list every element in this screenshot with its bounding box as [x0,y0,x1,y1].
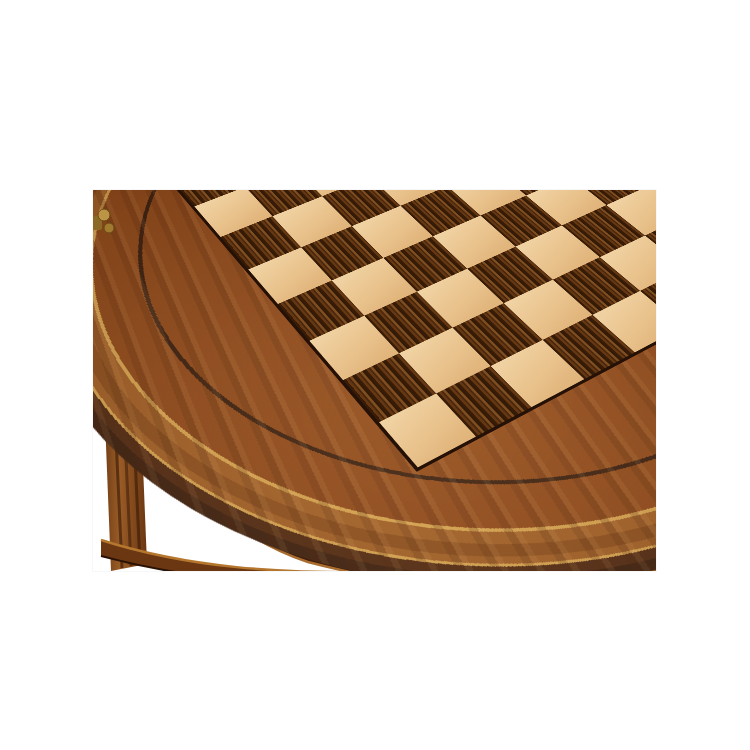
page-background [0,0,750,750]
brass-fitting-icon [93,202,121,246]
product-photo [93,190,656,571]
